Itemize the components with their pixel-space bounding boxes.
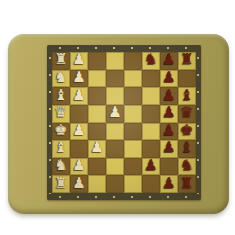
piece-black-pawn[interactable]: ♟ <box>162 70 175 85</box>
square-d6[interactable] <box>142 105 160 123</box>
square-b5[interactable] <box>124 70 142 88</box>
board-frame: ♜♟♞♟♜♞♟♟♝♟♟♝♛♟♟♛♚♟♟♚♝♟♟♝♞♟♟♞♜♟♟♜ <box>47 45 201 200</box>
square-g4[interactable] <box>106 158 124 176</box>
square-h4[interactable] <box>106 175 124 193</box>
square-f4[interactable] <box>106 140 124 158</box>
square-g6[interactable]: ♟ <box>142 158 160 176</box>
square-b3[interactable] <box>88 70 106 88</box>
piece-black-pawn[interactable]: ♟ <box>162 140 175 155</box>
product-photo: ♜♟♞♟♜♞♟♟♝♟♟♝♛♟♟♛♚♟♟♚♝♟♟♝♞♟♟♞♜♟♟♜ <box>0 0 235 235</box>
square-f5[interactable] <box>124 140 142 158</box>
square-h1[interactable]: ♜ <box>52 175 70 193</box>
piece-white-king[interactable]: ♚ <box>54 123 67 138</box>
square-b6[interactable] <box>142 70 160 88</box>
square-e4[interactable] <box>106 123 124 141</box>
piece-white-pawn[interactable]: ♟ <box>108 105 121 120</box>
piece-black-rook[interactable]: ♜ <box>180 52 193 67</box>
piece-white-queen[interactable]: ♛ <box>54 105 67 120</box>
piece-black-knight[interactable]: ♞ <box>144 52 157 67</box>
piece-black-pawn[interactable]: ♟ <box>162 52 175 67</box>
chess-board[interactable]: ♜♟♞♟♜♞♟♟♝♟♟♝♛♟♟♛♚♟♟♚♝♟♟♝♞♟♟♞♜♟♟♜ <box>8 34 229 214</box>
frame-tick-marks-right <box>197 51 199 194</box>
square-e5[interactable] <box>124 123 142 141</box>
square-c2[interactable]: ♟ <box>70 87 88 105</box>
piece-black-queen[interactable]: ♛ <box>180 105 193 120</box>
square-a3[interactable] <box>88 52 106 70</box>
square-b4[interactable] <box>106 70 124 88</box>
piece-white-rook[interactable]: ♜ <box>54 52 67 67</box>
piece-black-rook[interactable]: ♜ <box>180 176 193 191</box>
piece-black-pawn[interactable]: ♟ <box>144 158 157 173</box>
piece-black-knight[interactable]: ♞ <box>180 158 193 173</box>
piece-black-king[interactable]: ♚ <box>180 123 193 138</box>
square-d4[interactable]: ♟ <box>106 105 124 123</box>
square-c5[interactable] <box>124 87 142 105</box>
piece-white-rook[interactable]: ♜ <box>54 176 67 191</box>
piece-black-bishop[interactable]: ♝ <box>180 88 193 103</box>
piece-white-bishop[interactable]: ♝ <box>54 88 67 103</box>
square-g3[interactable] <box>88 158 106 176</box>
square-d3[interactable] <box>88 105 106 123</box>
square-a5[interactable] <box>124 52 142 70</box>
square-h5[interactable] <box>124 175 142 193</box>
piece-white-pawn[interactable]: ♟ <box>72 158 85 173</box>
piece-black-pawn[interactable]: ♟ <box>162 176 175 191</box>
piece-white-pawn[interactable]: ♟ <box>72 70 85 85</box>
piece-black-pawn[interactable]: ♟ <box>162 105 175 120</box>
frame-tick-marks-bottom <box>53 196 195 198</box>
square-c3[interactable] <box>88 87 106 105</box>
piece-white-knight[interactable]: ♞ <box>54 158 67 173</box>
piece-white-pawn[interactable]: ♟ <box>72 88 85 103</box>
square-h3[interactable] <box>88 175 106 193</box>
square-a8[interactable]: ♜ <box>178 52 196 70</box>
piece-white-pawn[interactable]: ♟ <box>72 176 85 191</box>
piece-white-bishop[interactable]: ♝ <box>54 140 67 155</box>
piece-white-knight[interactable]: ♞ <box>54 70 67 85</box>
checkerboard-grid: ♜♟♞♟♜♞♟♟♝♟♟♝♛♟♟♛♚♟♟♚♝♟♟♝♞♟♟♞♜♟♟♜ <box>52 52 196 193</box>
frame-tick-marks-top <box>53 47 195 49</box>
piece-black-pawn[interactable]: ♟ <box>162 88 175 103</box>
square-a4[interactable] <box>106 52 124 70</box>
square-h8[interactable]: ♜ <box>178 175 196 193</box>
piece-white-pawn[interactable]: ♟ <box>90 140 103 155</box>
square-f7[interactable]: ♟ <box>160 140 178 158</box>
frame-tick-marks-left <box>49 51 51 194</box>
piece-black-bishop[interactable]: ♝ <box>180 140 193 155</box>
piece-white-pawn[interactable]: ♟ <box>72 52 85 67</box>
square-e6[interactable] <box>142 123 160 141</box>
square-h2[interactable]: ♟ <box>70 175 88 193</box>
square-c6[interactable] <box>142 87 160 105</box>
square-d5[interactable] <box>124 105 142 123</box>
square-a6[interactable]: ♞ <box>142 52 160 70</box>
square-e2[interactable]: ♟ <box>70 123 88 141</box>
square-f3[interactable]: ♟ <box>88 140 106 158</box>
piece-black-pawn[interactable]: ♟ <box>162 123 175 138</box>
square-g5[interactable] <box>124 158 142 176</box>
square-h6[interactable] <box>142 175 160 193</box>
piece-white-pawn[interactable]: ♟ <box>72 123 85 138</box>
square-h7[interactable]: ♟ <box>160 175 178 193</box>
